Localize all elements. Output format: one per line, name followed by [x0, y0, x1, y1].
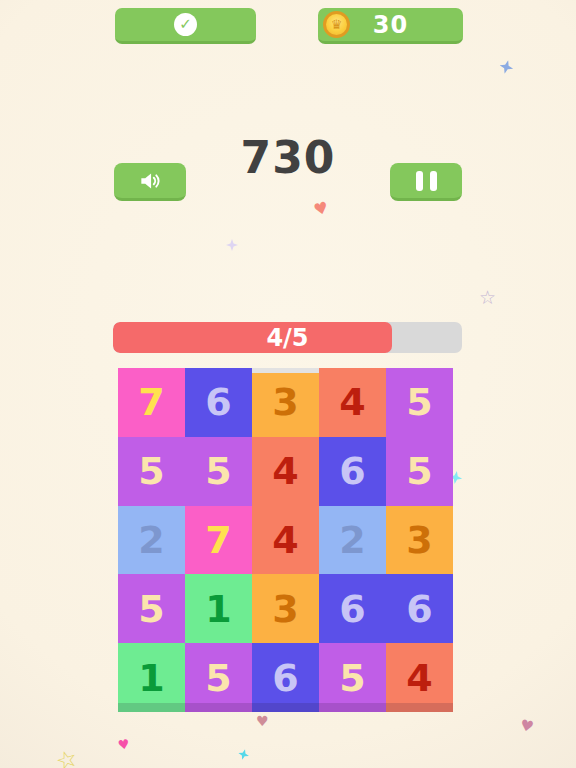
- tile-r1c3-value-3[interactable]: 3: [252, 368, 319, 437]
- speaker-icon: [137, 168, 163, 194]
- tile-r2c4-value-6[interactable]: 6: [319, 437, 386, 506]
- tile-r1c4-value-4[interactable]: 4: [319, 368, 386, 437]
- star-outline-decoration: ☆: [53, 745, 81, 768]
- tile-r5c5-value-4[interactable]: 4: [386, 643, 453, 712]
- tile-r3c1-value-2[interactable]: 2: [118, 506, 185, 575]
- score-value: 730: [0, 132, 576, 183]
- tile-r5c2-value-5[interactable]: 5: [185, 643, 252, 712]
- check-button[interactable]: ✓: [115, 8, 256, 44]
- tile-r4c1-value-5[interactable]: 5: [118, 574, 185, 643]
- heart-decoration: ♥: [519, 718, 535, 735]
- sound-button[interactable]: [114, 163, 186, 201]
- tile-r1c1-value-7[interactable]: 7: [118, 368, 185, 437]
- coins-button[interactable]: ♛ 30: [318, 8, 463, 44]
- tile-r1c5-value-5[interactable]: 5: [386, 368, 453, 437]
- tile-r3c5-value-3[interactable]: 3: [386, 506, 453, 575]
- heart-decoration: ♥: [117, 737, 131, 752]
- goal-progress-label: 4/5: [113, 322, 462, 353]
- heart-decoration: ♥: [312, 199, 330, 218]
- check-icon: ✓: [174, 13, 197, 36]
- tile-r4c3-value-3[interactable]: 3: [252, 574, 319, 643]
- tile-r4c4-value-6[interactable]: 6: [319, 574, 386, 643]
- sparkle-decoration: [236, 746, 251, 764]
- pause-button[interactable]: [390, 163, 462, 201]
- tile-r3c2-value-7[interactable]: 7: [185, 506, 252, 575]
- tile-r2c3-value-4[interactable]: 4: [252, 437, 319, 506]
- tile-r5c3-value-6[interactable]: 6: [252, 643, 319, 712]
- tile-r4c5-value-6[interactable]: 6: [386, 574, 453, 643]
- tile-r5c1-value-1[interactable]: 1: [118, 643, 185, 712]
- star-outline-decoration: ☆: [479, 288, 496, 307]
- tile-r2c5-value-5[interactable]: 5: [386, 437, 453, 506]
- pause-icon: [416, 171, 437, 191]
- coins-count: 30: [373, 11, 408, 39]
- coin-icon: ♛: [323, 11, 350, 38]
- tile-r2c2-value-5[interactable]: 5: [185, 437, 252, 506]
- tile-r5c4-value-5[interactable]: 5: [319, 643, 386, 712]
- tile-r3c4-value-2[interactable]: 2: [319, 506, 386, 575]
- tile-r4c2-value-1[interactable]: 1: [185, 574, 252, 643]
- sparkle-decoration: [226, 238, 238, 254]
- sparkle-decoration: [497, 58, 515, 78]
- heart-decoration: ♥: [256, 714, 269, 728]
- tile-r1c2-value-6[interactable]: 6: [185, 368, 252, 437]
- tile-r2c1-value-5[interactable]: 5: [118, 437, 185, 506]
- tile-r3c3-value-4[interactable]: 4: [252, 506, 319, 575]
- goal-progress-bar: 4/5: [113, 322, 462, 353]
- game-board: 7634555465274235136615654: [118, 368, 453, 712]
